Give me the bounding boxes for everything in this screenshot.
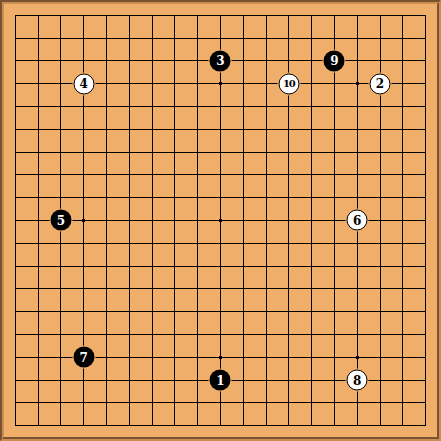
intersection [209,72,232,95]
intersection [369,141,392,164]
intersection [346,50,369,73]
intersection [141,300,164,323]
intersection [346,72,369,95]
intersection [164,118,187,141]
intersection [391,369,414,392]
intersection [391,50,414,73]
intersection [141,4,164,27]
intersection [27,186,50,209]
intersection [300,118,323,141]
intersection [323,72,346,95]
move-number: 7 [80,351,88,363]
intersection [209,118,232,141]
intersection [72,300,95,323]
intersection [50,72,73,95]
intersection [232,72,255,95]
intersection [255,186,278,209]
move-number: 9 [330,55,338,67]
intersection [323,346,346,369]
intersection [186,27,209,50]
intersection [391,277,414,300]
intersection [369,323,392,346]
intersection [323,4,346,27]
intersection [369,4,392,27]
intersection [50,300,73,323]
intersection [414,369,437,392]
intersection [323,27,346,50]
intersection [277,27,300,50]
intersection [141,277,164,300]
intersection [255,27,278,50]
intersection [164,72,187,95]
intersection [27,95,50,118]
intersection [50,391,73,414]
intersection [27,72,50,95]
intersection [369,391,392,414]
intersection [232,300,255,323]
intersection [414,50,437,73]
intersection [50,118,73,141]
intersection [369,414,392,437]
intersection [72,391,95,414]
intersection [186,50,209,73]
intersection [4,300,27,323]
intersection [4,369,27,392]
intersection: 5 [50,209,73,232]
intersection: 4 [72,72,95,95]
intersection [209,391,232,414]
intersection [95,141,118,164]
intersection [414,4,437,27]
intersection [164,27,187,50]
move-number: 2 [376,78,384,90]
intersection [186,255,209,278]
stone-black-5: 5 [50,210,71,231]
move-number: 1 [216,374,224,386]
intersection [277,164,300,187]
intersection [141,186,164,209]
intersection [95,369,118,392]
intersection: 9 [323,50,346,73]
intersection [255,255,278,278]
intersection [27,300,50,323]
intersection [369,50,392,73]
intersection [95,27,118,50]
intersection [369,209,392,232]
intersection [300,4,323,27]
intersection [300,346,323,369]
intersection [300,50,323,73]
intersection [95,4,118,27]
move-number: 10 [283,79,295,89]
intersection [369,118,392,141]
intersection [118,164,141,187]
intersection [118,346,141,369]
intersection [300,300,323,323]
intersection [300,186,323,209]
intersection [50,255,73,278]
intersection [346,346,369,369]
intersection [391,346,414,369]
intersection [277,4,300,27]
intersection [232,141,255,164]
intersection [27,255,50,278]
intersection [346,277,369,300]
intersection [27,27,50,50]
intersection [391,95,414,118]
intersection [164,323,187,346]
intersection [27,118,50,141]
intersection [414,95,437,118]
move-number: 3 [216,55,224,67]
intersection [209,209,232,232]
intersection: 10 [277,72,300,95]
intersection [50,369,73,392]
intersection: 1 [209,369,232,392]
intersection [164,186,187,209]
intersection [50,277,73,300]
move-number: 5 [57,214,65,226]
intersection [232,346,255,369]
intersection [232,391,255,414]
intersection: 3 [209,50,232,73]
intersection [141,164,164,187]
star-point [356,356,359,359]
intersection [118,50,141,73]
stone-white-6: 6 [347,210,368,231]
intersection [164,391,187,414]
intersection [4,118,27,141]
intersection [255,95,278,118]
intersection [232,277,255,300]
move-number: 6 [353,214,361,226]
intersection [323,164,346,187]
intersection [186,4,209,27]
stone-black-1: 1 [210,370,231,391]
intersection [300,95,323,118]
intersection [323,95,346,118]
intersection [323,186,346,209]
intersection [300,414,323,437]
intersection [414,164,437,187]
intersection [300,164,323,187]
intersection [255,300,278,323]
intersection [141,414,164,437]
intersection [391,72,414,95]
intersection [209,277,232,300]
intersection [391,300,414,323]
intersection [209,95,232,118]
intersection [323,300,346,323]
intersection [209,27,232,50]
intersection [414,209,437,232]
star-point [82,219,85,222]
intersection [118,209,141,232]
intersection [300,255,323,278]
intersection [118,414,141,437]
intersection [95,164,118,187]
intersection [369,346,392,369]
intersection [255,164,278,187]
intersection [346,27,369,50]
intersection [164,95,187,118]
intersection [186,391,209,414]
intersection [300,323,323,346]
intersection [209,300,232,323]
intersection [27,141,50,164]
intersection [118,277,141,300]
intersection [323,209,346,232]
intersection [391,323,414,346]
intersection [209,414,232,437]
star-point [219,356,222,359]
intersection [95,95,118,118]
intersection [164,232,187,255]
intersection [414,186,437,209]
intersection [4,346,27,369]
intersection [72,186,95,209]
intersection [323,232,346,255]
stone-black-3: 3 [210,50,231,71]
intersection [164,50,187,73]
intersection [414,323,437,346]
intersection [323,277,346,300]
intersection [4,164,27,187]
intersection [391,255,414,278]
intersection [50,346,73,369]
intersection [95,72,118,95]
intersection [50,323,73,346]
intersection [277,141,300,164]
star-point [356,82,359,85]
intersection [72,141,95,164]
intersection [391,118,414,141]
intersection [369,369,392,392]
intersection [255,346,278,369]
intersection: 8 [346,369,369,392]
intersection [232,323,255,346]
intersection [141,72,164,95]
intersection [4,4,27,27]
intersection [27,346,50,369]
intersection [118,72,141,95]
intersection [4,72,27,95]
intersection [277,118,300,141]
stone-black-7: 7 [73,347,94,368]
intersection [346,232,369,255]
intersection [232,50,255,73]
intersection [141,50,164,73]
intersection [232,232,255,255]
intersection [277,369,300,392]
intersection [95,255,118,278]
intersection [27,164,50,187]
intersection [50,95,73,118]
intersection [369,300,392,323]
intersection [209,141,232,164]
intersection: 7 [72,346,95,369]
intersection [232,369,255,392]
intersection [50,164,73,187]
intersection [391,209,414,232]
intersection [300,209,323,232]
intersection [255,323,278,346]
intersection [95,277,118,300]
intersection [72,323,95,346]
intersection [27,209,50,232]
intersection [209,323,232,346]
intersection [72,232,95,255]
intersection [141,141,164,164]
intersection [232,4,255,27]
intersection [164,164,187,187]
stone-white-4: 4 [73,73,94,94]
intersection [50,414,73,437]
intersection [369,164,392,187]
board-grid: 39410256718 [4,4,437,437]
intersection [95,118,118,141]
intersection [186,186,209,209]
intersection [4,209,27,232]
intersection [4,414,27,437]
intersection [95,414,118,437]
intersection [164,141,187,164]
star-point [219,82,222,85]
intersection [27,323,50,346]
intersection [414,414,437,437]
intersection [255,4,278,27]
intersection [164,369,187,392]
intersection [300,72,323,95]
intersection [414,141,437,164]
intersection [118,232,141,255]
intersection [232,118,255,141]
intersection [4,27,27,50]
move-number: 8 [353,374,361,386]
intersection [300,391,323,414]
intersection [4,323,27,346]
intersection [391,186,414,209]
intersection [164,255,187,278]
intersection [118,186,141,209]
intersection [209,255,232,278]
intersection [300,369,323,392]
intersection [232,255,255,278]
stone-white-2: 2 [370,73,391,94]
stone-white-8: 8 [347,370,368,391]
intersection [186,414,209,437]
intersection [232,414,255,437]
intersection [255,209,278,232]
intersection [346,95,369,118]
intersection [414,346,437,369]
intersection [50,232,73,255]
intersection [277,323,300,346]
intersection [255,232,278,255]
intersection [72,164,95,187]
intersection [186,118,209,141]
intersection [255,391,278,414]
intersection [118,369,141,392]
intersection [277,95,300,118]
intersection [72,369,95,392]
intersection [95,232,118,255]
intersection [255,141,278,164]
intersection [118,300,141,323]
intersection [232,95,255,118]
intersection [118,255,141,278]
intersection [4,277,27,300]
intersection [414,300,437,323]
intersection [164,300,187,323]
intersection [277,277,300,300]
intersection [323,255,346,278]
intersection [323,141,346,164]
intersection [255,72,278,95]
intersection [95,50,118,73]
intersection [369,277,392,300]
intersection [323,414,346,437]
intersection [141,369,164,392]
intersection [346,118,369,141]
intersection [164,4,187,27]
intersection [414,72,437,95]
intersection [186,141,209,164]
stone-white-10: 10 [278,73,299,94]
intersection [186,232,209,255]
intersection [164,209,187,232]
intersection [255,277,278,300]
intersection [141,95,164,118]
intersection [209,346,232,369]
intersection [186,323,209,346]
intersection [186,209,209,232]
intersection [186,369,209,392]
intersection [255,369,278,392]
intersection [4,186,27,209]
intersection [27,50,50,73]
intersection [414,391,437,414]
intersection [232,164,255,187]
intersection [414,277,437,300]
intersection [95,391,118,414]
intersection [232,186,255,209]
star-point [219,219,222,222]
intersection [300,232,323,255]
intersection [414,255,437,278]
intersection [27,277,50,300]
intersection [27,391,50,414]
intersection [50,50,73,73]
intersection [50,186,73,209]
intersection [209,232,232,255]
intersection [27,414,50,437]
intersection [27,4,50,27]
intersection [164,414,187,437]
intersection [118,391,141,414]
intersection [72,95,95,118]
intersection: 2 [369,72,392,95]
intersection [232,27,255,50]
intersection [141,27,164,50]
go-board: 39410256718 [0,0,441,441]
intersection [4,255,27,278]
intersection [346,4,369,27]
intersection [277,346,300,369]
intersection [72,255,95,278]
intersection [255,50,278,73]
intersection [27,232,50,255]
